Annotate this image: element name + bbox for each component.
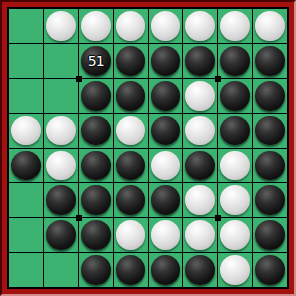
cell-h8[interactable] bbox=[253, 253, 287, 287]
white-disc-f1 bbox=[185, 11, 215, 41]
white-disc-d7 bbox=[116, 220, 146, 250]
white-disc-e7 bbox=[151, 220, 181, 250]
cell-g8[interactable] bbox=[218, 253, 252, 287]
black-disc-c2: 51 bbox=[81, 46, 111, 76]
cell-b3[interactable] bbox=[44, 79, 78, 113]
cell-a1[interactable] bbox=[9, 9, 43, 43]
white-disc-d1 bbox=[116, 11, 146, 41]
black-disc-d3 bbox=[116, 81, 146, 111]
white-disc-d4 bbox=[116, 116, 146, 146]
black-disc-g3 bbox=[220, 81, 250, 111]
star-point bbox=[76, 76, 82, 82]
black-disc-b7 bbox=[46, 220, 76, 250]
cell-a2[interactable] bbox=[9, 44, 43, 78]
white-disc-f6 bbox=[185, 185, 215, 215]
cell-f8[interactable] bbox=[183, 253, 217, 287]
cell-e7[interactable] bbox=[149, 218, 183, 252]
black-disc-b6 bbox=[46, 185, 76, 215]
cell-f1[interactable] bbox=[183, 9, 217, 43]
black-disc-a5 bbox=[11, 151, 41, 181]
star-point bbox=[215, 215, 221, 221]
cell-c4[interactable] bbox=[79, 114, 113, 148]
cell-h7[interactable] bbox=[253, 218, 287, 252]
white-disc-g6 bbox=[220, 185, 250, 215]
white-disc-f4 bbox=[185, 116, 215, 146]
board-frame-inner: 51 bbox=[7, 7, 289, 289]
cell-a3[interactable] bbox=[9, 79, 43, 113]
cell-d4[interactable] bbox=[114, 114, 148, 148]
black-disc-e4 bbox=[151, 116, 181, 146]
board: 51 bbox=[9, 9, 287, 287]
cell-g5[interactable] bbox=[218, 149, 252, 183]
black-disc-f2 bbox=[185, 46, 215, 76]
black-disc-h7 bbox=[255, 220, 285, 250]
cell-c7[interactable] bbox=[79, 218, 113, 252]
cell-f2[interactable] bbox=[183, 44, 217, 78]
cell-f7[interactable] bbox=[183, 218, 217, 252]
cell-c5[interactable] bbox=[79, 149, 113, 183]
cell-h3[interactable] bbox=[253, 79, 287, 113]
black-disc-d6 bbox=[116, 185, 146, 215]
white-disc-b4 bbox=[46, 116, 76, 146]
cell-g1[interactable] bbox=[218, 9, 252, 43]
black-disc-h6 bbox=[255, 185, 285, 215]
white-disc-b5 bbox=[46, 151, 76, 181]
black-disc-h3 bbox=[255, 81, 285, 111]
white-disc-a4 bbox=[11, 116, 41, 146]
black-disc-c3 bbox=[81, 81, 111, 111]
white-disc-g1 bbox=[220, 11, 250, 41]
cell-d5[interactable] bbox=[114, 149, 148, 183]
cell-b1[interactable] bbox=[44, 9, 78, 43]
white-disc-f7 bbox=[185, 220, 215, 250]
cell-c6[interactable] bbox=[79, 183, 113, 217]
cell-b7[interactable] bbox=[44, 218, 78, 252]
black-disc-d5 bbox=[116, 151, 146, 181]
white-disc-g7 bbox=[220, 220, 250, 250]
cell-d1[interactable] bbox=[114, 9, 148, 43]
black-disc-c6 bbox=[81, 185, 111, 215]
cell-f6[interactable] bbox=[183, 183, 217, 217]
cell-b2[interactable] bbox=[44, 44, 78, 78]
black-disc-h2 bbox=[255, 46, 285, 76]
cell-g6[interactable] bbox=[218, 183, 252, 217]
black-disc-c7 bbox=[81, 220, 111, 250]
black-disc-e3 bbox=[151, 81, 181, 111]
white-disc-e5 bbox=[151, 151, 181, 181]
cell-b8[interactable] bbox=[44, 253, 78, 287]
cell-e1[interactable] bbox=[149, 9, 183, 43]
cell-d3[interactable] bbox=[114, 79, 148, 113]
cell-d2[interactable] bbox=[114, 44, 148, 78]
cell-g7[interactable] bbox=[218, 218, 252, 252]
cell-e4[interactable] bbox=[149, 114, 183, 148]
white-disc-f3 bbox=[185, 81, 215, 111]
cell-h5[interactable] bbox=[253, 149, 287, 183]
cell-b6[interactable] bbox=[44, 183, 78, 217]
cell-a5[interactable] bbox=[9, 149, 43, 183]
cell-c2[interactable]: 51 bbox=[79, 44, 113, 78]
black-disc-e8 bbox=[151, 255, 181, 285]
cell-f5[interactable] bbox=[183, 149, 217, 183]
cell-e2[interactable] bbox=[149, 44, 183, 78]
white-disc-e1 bbox=[151, 11, 181, 41]
black-disc-g2 bbox=[220, 46, 250, 76]
black-disc-c5 bbox=[81, 151, 111, 181]
cell-e3[interactable] bbox=[149, 79, 183, 113]
white-disc-g5 bbox=[220, 151, 250, 181]
cell-g4[interactable] bbox=[218, 114, 252, 148]
cell-e6[interactable] bbox=[149, 183, 183, 217]
last-move-number: 51 bbox=[88, 54, 104, 68]
cell-d7[interactable] bbox=[114, 218, 148, 252]
cell-a8[interactable] bbox=[9, 253, 43, 287]
cell-g2[interactable] bbox=[218, 44, 252, 78]
black-disc-e2 bbox=[151, 46, 181, 76]
cell-h2[interactable] bbox=[253, 44, 287, 78]
cell-h4[interactable] bbox=[253, 114, 287, 148]
cell-d8[interactable] bbox=[114, 253, 148, 287]
black-disc-c4 bbox=[81, 116, 111, 146]
cell-d6[interactable] bbox=[114, 183, 148, 217]
cell-f4[interactable] bbox=[183, 114, 217, 148]
white-disc-b1 bbox=[46, 11, 76, 41]
cell-c8[interactable] bbox=[79, 253, 113, 287]
cell-c1[interactable] bbox=[79, 9, 113, 43]
black-disc-h4 bbox=[255, 116, 285, 146]
cell-b4[interactable] bbox=[44, 114, 78, 148]
cell-a4[interactable] bbox=[9, 114, 43, 148]
black-disc-g4 bbox=[220, 116, 250, 146]
black-disc-d2 bbox=[116, 46, 146, 76]
cell-a6[interactable] bbox=[9, 183, 43, 217]
black-disc-c8 bbox=[81, 255, 111, 285]
black-disc-e6 bbox=[151, 185, 181, 215]
white-disc-h1 bbox=[255, 11, 285, 41]
white-disc-c1 bbox=[81, 11, 111, 41]
cell-b5[interactable] bbox=[44, 149, 78, 183]
star-point bbox=[76, 215, 82, 221]
cell-h6[interactable] bbox=[253, 183, 287, 217]
cell-e5[interactable] bbox=[149, 149, 183, 183]
black-disc-f5 bbox=[185, 151, 215, 181]
cell-a7[interactable] bbox=[9, 218, 43, 252]
black-disc-f8 bbox=[185, 255, 215, 285]
white-disc-g8 bbox=[220, 255, 250, 285]
black-disc-h8 bbox=[255, 255, 285, 285]
black-disc-d8 bbox=[116, 255, 146, 285]
board-frame: 51 bbox=[0, 0, 296, 296]
cell-g3[interactable] bbox=[218, 79, 252, 113]
cell-e8[interactable] bbox=[149, 253, 183, 287]
star-point bbox=[215, 76, 221, 82]
black-disc-h5 bbox=[255, 151, 285, 181]
cell-c3[interactable] bbox=[79, 79, 113, 113]
cell-f3[interactable] bbox=[183, 79, 217, 113]
cell-h1[interactable] bbox=[253, 9, 287, 43]
